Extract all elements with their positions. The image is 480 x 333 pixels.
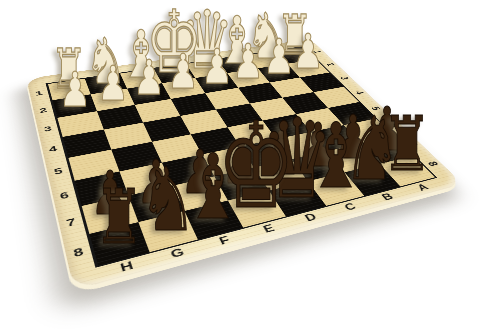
piece-white-pawn-f2[interactable]: ♟ xyxy=(128,53,170,100)
piece-white-pawn-h2[interactable]: ♟ xyxy=(53,65,95,112)
chess-set-photo: 1122334455667788HGFEDCBA ♜♞♝♛♚♝♞♜♟♟♟♟♟♟♟… xyxy=(0,0,480,333)
pieces-layer: ♜♞♝♛♚♝♞♜♟♟♟♟♟♟♟♟♟♟♟♟♟♟♟♟♜♞♝♛♚♝♞♜ xyxy=(0,0,480,333)
piece-white-pawn-g2[interactable]: ♟ xyxy=(91,59,133,106)
pawn-glyph: ♟ xyxy=(97,59,129,107)
pawn-glyph: ♟ xyxy=(168,47,200,95)
rook-glyph: ♜ xyxy=(94,178,144,253)
piece-black-rook-h8[interactable]: ♜ xyxy=(86,179,152,253)
pawn-glyph: ♟ xyxy=(133,53,165,101)
pawn-glyph: ♟ xyxy=(201,42,233,90)
pawn-glyph: ♟ xyxy=(59,65,91,113)
